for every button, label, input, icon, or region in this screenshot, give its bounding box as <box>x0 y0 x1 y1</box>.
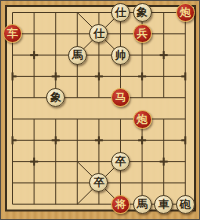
xiangqi-app: 仕象炮车仕兵馬帅象马炮卒卒将馬車砲 <box>0 0 200 220</box>
piece-red-general[interactable]: 将 <box>111 195 130 214</box>
piece-ivory-elephant[interactable]: 象 <box>133 3 152 22</box>
piece-red-cannon[interactable]: 炮 <box>176 3 195 22</box>
piece-ivory-horse[interactable]: 馬 <box>133 195 152 214</box>
piece-red-soldier[interactable]: 兵 <box>133 24 152 43</box>
piece-ivory-chariot[interactable]: 車 <box>154 195 173 214</box>
piece-ivory-soldier[interactable]: 卒 <box>111 152 130 171</box>
piece-ivory-cannon[interactable]: 砲 <box>176 195 195 214</box>
piece-ivory-horse[interactable]: 馬 <box>68 46 87 65</box>
piece-red-cannon[interactable]: 炮 <box>133 110 152 129</box>
piece-ivory-advisor[interactable]: 仕 <box>111 3 130 22</box>
piece-ivory-general[interactable]: 帅 <box>111 46 130 65</box>
